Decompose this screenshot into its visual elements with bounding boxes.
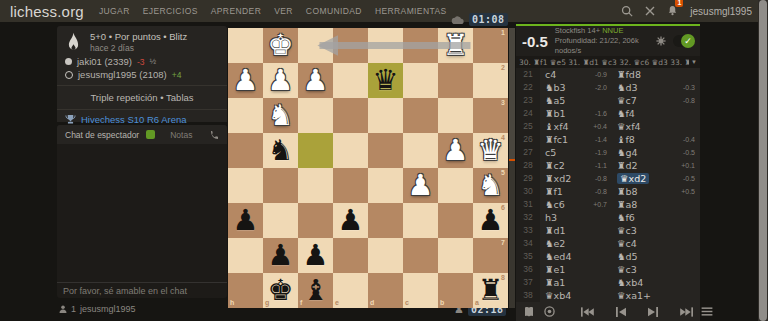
first-move-button[interactable] — [581, 307, 594, 317]
nav-ver[interactable]: VER — [274, 6, 293, 16]
square-b7[interactable] — [438, 238, 473, 273]
engine-info: Stockfish 14+ NNUE Profundidad: 21/22, 2… — [555, 26, 656, 55]
piece-black-pawn-g7[interactable]: ♟ — [263, 238, 298, 273]
square-c4[interactable] — [403, 133, 438, 168]
move-30-black[interactable]: ♜b8 — [617, 186, 638, 197]
chevron-down-icon: ▼ — [691, 59, 697, 65]
square-d1[interactable] — [368, 28, 403, 63]
white-clock-row: 01:08 — [451, 13, 508, 26]
navbar-right: 1 jesusmgl1995 — [621, 2, 752, 20]
square-d7[interactable] — [368, 238, 403, 273]
square-e7[interactable] — [333, 238, 368, 273]
move-row-34: 34♞e2♛c4 — [516, 237, 700, 250]
white-player-row: jaki01 (2339) -3 ½ — [57, 55, 227, 68]
piece-black-rook-a8[interactable]: ♜ — [473, 273, 508, 308]
move-number: 36 — [516, 263, 540, 276]
piece-black-queen-d2[interactable]: ♛ — [368, 63, 403, 98]
engine-name: Stockfish 14+ — [555, 26, 600, 35]
square-e8[interactable] — [333, 273, 368, 308]
square-c2[interactable] — [403, 63, 438, 98]
move-35-white[interactable]: ♞ed4 — [545, 251, 571, 262]
move-eval: -0.3 — [683, 84, 695, 91]
move-33-white[interactable]: ♜d1 — [545, 225, 566, 236]
move-row-23: 23♞a5♛c7-0.8 — [516, 94, 700, 107]
square-d6[interactable] — [368, 203, 403, 238]
move-27-white[interactable]: c5 — [545, 147, 556, 158]
move-number: 30 — [516, 185, 540, 198]
nnue-label: NNUE — [602, 26, 623, 35]
move-number: 21 — [516, 68, 540, 81]
square-e4[interactable] — [333, 133, 368, 168]
move-number: 22 — [516, 81, 540, 94]
move-eval: -2.0 — [595, 84, 607, 91]
scrollbar-thumb[interactable] — [759, 0, 767, 321]
square-d3[interactable] — [368, 98, 403, 133]
move-number: 32 — [516, 211, 540, 224]
square-a2[interactable] — [473, 63, 508, 98]
move-38-black[interactable]: ♛xa1+ — [617, 290, 651, 301]
nav-aprender[interactable]: APRENDER — [211, 6, 261, 16]
square-h4[interactable] — [228, 133, 263, 168]
move-31-black[interactable]: ♜a8 — [617, 199, 637, 210]
move-21-white[interactable]: c4 — [545, 69, 556, 80]
spectator-chat: Chat de espectador Notas — [57, 125, 227, 298]
phone-icon[interactable] — [209, 130, 219, 140]
move-number: 27 — [516, 146, 540, 159]
move-row-37: 37♜a1♞xb4 — [516, 276, 700, 289]
move-25-black[interactable]: ♛xf4 — [617, 121, 641, 132]
move-number: 24 — [516, 107, 540, 120]
piece-black-pawn-f7[interactable]: ♟ — [298, 238, 333, 273]
square-c8[interactable] — [403, 273, 438, 308]
square-f1[interactable] — [298, 28, 333, 63]
move-row-35: 35♞ed4♞d5 — [516, 250, 700, 263]
move-eval: -0.8 — [595, 188, 607, 195]
black-color-disc — [65, 71, 73, 79]
piece-white-rook-b1[interactable]: ♜ — [438, 28, 473, 63]
user-menu[interactable]: jesusmgl1995 — [690, 6, 752, 17]
chess-board[interactable]: hgfedcba12345678 ♜♝♚♟♟♟♟♟♞♟♛♟♞♞♛♟♟♟♜♚ — [228, 28, 508, 308]
game-result: Triple repetición • Tablas — [57, 85, 227, 109]
square-a1[interactable] — [473, 28, 508, 63]
piece-white-knight-a5[interactable]: ♞ — [473, 168, 508, 203]
trophy-icon — [65, 114, 76, 125]
move-26-white[interactable]: ♜fc1 — [545, 134, 568, 145]
square-e1[interactable] — [333, 28, 368, 63]
move-eval: -1.9 — [595, 149, 607, 156]
principal-variation[interactable]: 30. ♜f1 ♛e5 31. ♜d1 ♛c3 32. ♛c6 ♛d3 33. … — [516, 56, 700, 68]
square-c7[interactable] — [403, 238, 438, 273]
spectator-list: 1 jesusmgl1995 — [59, 304, 136, 314]
black-rating-diff: +4 — [172, 70, 182, 80]
square-g6[interactable] — [263, 203, 298, 238]
move-number: 28 — [516, 159, 540, 172]
spectator-count: 1 — [71, 304, 76, 314]
move-22-white[interactable]: ♞b3 — [545, 82, 566, 93]
chat-input[interactable] — [57, 282, 227, 298]
piece-black-pawn-a6[interactable]: ♟ — [473, 203, 508, 238]
eval-gauge-white-share — [509, 28, 515, 160]
square-a3[interactable] — [473, 98, 508, 133]
square-b3[interactable] — [438, 98, 473, 133]
chat-messages — [57, 144, 227, 282]
engine-depth: Profundidad: 21/22, 206k nodos/s — [555, 36, 656, 56]
move-34-black[interactable]: ♛c4 — [617, 238, 637, 249]
square-c6[interactable] — [403, 203, 438, 238]
move-25-white[interactable]: ♝xf4 — [545, 121, 569, 132]
move-23-white[interactable]: ♞a5 — [545, 95, 565, 106]
move-37-white[interactable]: ♜a1 — [545, 277, 565, 288]
white-player-name[interactable]: jaki01 (2339) — [77, 56, 132, 67]
blitz-flame-icon — [65, 32, 82, 53]
move-row-33: 33♜d1♛c3 — [516, 224, 700, 237]
black-player-name[interactable]: jesusmgl1995 (2108) — [78, 69, 167, 80]
analysis-panel: -0.5 Stockfish 14+ NNUE Profundidad: 21/… — [516, 24, 700, 321]
eval-gauge-midpoint — [509, 159, 515, 161]
piece-black-knight-g4[interactable]: ♞ — [263, 133, 298, 168]
square-f3[interactable] — [298, 98, 333, 133]
move-eval: +0.5 — [681, 188, 695, 195]
pv-line: 30. ♜f1 ♛e5 31. ♜d1 ♛c3 32. ♛c6 ♛d3 33. … — [519, 58, 689, 67]
square-f5[interactable] — [298, 168, 333, 203]
move-32-white[interactable]: h3 — [545, 212, 557, 223]
top-navbar: lichess.org JUGAREJERCICIOSAPRENDERVERCO… — [0, 0, 768, 22]
square-b6[interactable] — [438, 203, 473, 238]
white-rating-diff: -3 — [137, 57, 145, 67]
square-e2[interactable] — [333, 63, 368, 98]
move-row-27: 27c5-1.9♞g4-0.5 — [516, 146, 700, 159]
piece-white-pawn-f2[interactable]: ♟ — [298, 63, 333, 98]
move-29-black[interactable]: ♛xd2 — [617, 173, 649, 184]
engine-header: -0.5 Stockfish 14+ NNUE Profundidad: 21/… — [516, 26, 700, 56]
berserk-icon: ½ — [149, 57, 156, 66]
black-player-row: jesusmgl1995 (2108) +4 — [57, 68, 227, 81]
square-h3[interactable] — [228, 98, 263, 133]
move-row-22: 22♞b3-2.0♞d3-0.3 — [516, 81, 700, 94]
move-row-24: 24♜b1-1.6♞f4 — [516, 107, 700, 120]
last-move-button[interactable] — [680, 307, 693, 317]
move-30-white[interactable]: ♜f1 — [545, 186, 563, 197]
square-a7[interactable] — [473, 238, 508, 273]
move-eval: -1.6 — [595, 110, 607, 117]
square-d4[interactable] — [368, 133, 403, 168]
move-number: 25 — [516, 120, 540, 133]
move-number: 37 — [516, 276, 540, 289]
move-number: 31 — [516, 198, 540, 211]
white-clock: 01:08 — [469, 13, 508, 26]
main-menu: JUGAREJERCICIOSAPRENDERVERCOMUNIDADHERRA… — [99, 6, 447, 16]
engine-settings-icon[interactable] — [656, 36, 666, 46]
piece-white-pawn-h2[interactable]: ♟ — [228, 63, 263, 98]
square-f4[interactable] — [298, 133, 333, 168]
move-row-21: 21c4-0.9♜fd8 — [516, 68, 700, 81]
move-26-black[interactable]: ♝f8 — [617, 134, 635, 145]
lichess-logo[interactable]: lichess.org — [10, 3, 84, 20]
prev-move-button[interactable] — [616, 307, 626, 317]
move-row-36: 36♜e1♛c3 — [516, 263, 700, 276]
move-list: 21c4-0.9♜fd822♞b3-2.0♞d3-0.323♞a5♛c7-0.8… — [516, 68, 700, 302]
move-24-black[interactable]: ♞f4 — [617, 108, 635, 119]
game-info-card: 5+0 • Por puntos • Blitz hace 2 días jak… — [57, 26, 227, 122]
move-37-black[interactable]: ♞xb4 — [617, 277, 643, 288]
square-h1[interactable] — [228, 28, 263, 63]
nav-ejercicios[interactable]: EJERCICIOS — [143, 6, 198, 16]
piece-black-pawn-e6[interactable]: ♟ — [333, 203, 368, 238]
move-34-white[interactable]: ♞e2 — [545, 238, 565, 249]
piece-black-king-g8[interactable]: ♚ — [263, 273, 298, 308]
square-b8[interactable] — [438, 273, 473, 308]
move-number: 35 — [516, 250, 540, 263]
person-icon — [59, 305, 67, 313]
square-h5[interactable] — [228, 168, 263, 203]
move-number: 26 — [516, 133, 540, 146]
move-21-black[interactable]: ♜fd8 — [617, 69, 641, 80]
white-color-disc — [65, 58, 72, 65]
move-number: 29 — [516, 172, 540, 185]
next-move-button[interactable] — [648, 307, 658, 317]
move-row-38: 38♛xb4♛xa1+ — [516, 289, 700, 302]
analysis-toolbar — [516, 302, 700, 321]
tournament-link[interactable]: Hivechess S10 R6 Arena — [81, 114, 187, 125]
tab-spectator-chat[interactable]: Chat de espectador — [65, 130, 139, 140]
move-eval: +0.4 — [593, 123, 607, 130]
move-eval: -0.5 — [683, 149, 695, 156]
piece-white-pawn-c5[interactable]: ♟ — [403, 168, 438, 203]
move-number: 38 — [516, 289, 540, 302]
menu-icon[interactable] — [701, 307, 713, 316]
move-eval: +0.7 — [593, 201, 607, 208]
square-e5[interactable] — [333, 168, 368, 203]
move-23-black[interactable]: ♛c7 — [617, 95, 637, 106]
game-date: hace 2 días — [90, 43, 187, 53]
move-33-black[interactable]: ♛c3 — [617, 225, 637, 236]
move-38-white[interactable]: ♛xb4 — [545, 290, 571, 301]
move-27-black[interactable]: ♞g4 — [617, 147, 638, 158]
move-eval: -0.5 — [683, 175, 695, 182]
move-eval: -0.8 — [683, 97, 695, 104]
piece-white-queen-a4[interactable]: ♛ — [473, 133, 508, 168]
move-31-white[interactable]: ♞c6 — [545, 199, 565, 210]
square-b5[interactable] — [438, 168, 473, 203]
move-eval: -0.9 — [595, 71, 607, 78]
move-28-white[interactable]: ♜c2 — [545, 160, 565, 171]
square-f6[interactable] — [298, 203, 333, 238]
move-row-31: 31♞c6+0.7♜a8 — [516, 198, 700, 211]
move-36-white[interactable]: ♜e1 — [545, 264, 565, 275]
move-row-25: 25♝xf4+0.4♛xf4 — [516, 120, 700, 133]
nav-comunidad[interactable]: COMUNIDAD — [306, 6, 362, 16]
piece-white-pawn-g2[interactable]: ♟ — [263, 63, 298, 98]
notification-badge: 1 — [675, 0, 683, 7]
move-eval: -1.1 — [595, 162, 607, 169]
practice-target-icon[interactable] — [544, 306, 555, 317]
page-scrollbar[interactable] — [758, 0, 768, 321]
cloud-analysis-icon — [451, 16, 464, 24]
square-d5[interactable] — [368, 168, 403, 203]
move-36-black[interactable]: ♛c3 — [617, 264, 637, 275]
search-icon[interactable] — [621, 5, 633, 17]
move-eval: -1.4 — [595, 136, 607, 143]
time-control: 5+0 • Por puntos • Blitz — [90, 31, 187, 42]
square-c3[interactable] — [403, 98, 438, 133]
move-row-28: 28♜c2-1.1♜d2+0.1 — [516, 159, 700, 172]
notifications-icon[interactable]: 1 — [667, 2, 678, 20]
square-e3[interactable] — [333, 98, 368, 133]
move-24-white[interactable]: ♜b1 — [545, 108, 566, 119]
piece-black-pawn-h6[interactable]: ♟ — [228, 203, 263, 238]
spectator-name[interactable]: jesusmgl1995 — [80, 304, 136, 314]
move-number: 23 — [516, 94, 540, 107]
move-29-white[interactable]: ♜xd2 — [545, 173, 571, 184]
opening-book-icon[interactable] — [523, 306, 535, 318]
move-number: 33 — [516, 224, 540, 237]
move-row-32: 32h3♞f6 — [516, 211, 700, 224]
move-eval: +0.1 — [681, 162, 695, 169]
nav-herramientas[interactable]: HERRAMIENTAS — [375, 6, 447, 16]
chat-toggle[interactable] — [146, 130, 155, 139]
challenges-icon[interactable] — [645, 6, 655, 16]
chat-header: Chat de espectador Notas — [57, 125, 227, 144]
nav-jugar[interactable]: JUGAR — [99, 6, 130, 16]
square-b2[interactable] — [438, 63, 473, 98]
piece-white-king-g1[interactable]: ♚ — [263, 28, 298, 63]
move-eval: -0.4 — [683, 136, 695, 143]
move-35-black[interactable]: ♞d5 — [617, 251, 638, 262]
engine-eval: -0.5 — [522, 33, 548, 50]
piece-white-knight-g3[interactable]: ♞ — [263, 98, 298, 133]
engine-toggle[interactable]: ✓ — [673, 35, 694, 47]
move-row-26: 26♜fc1-1.4♝f8-0.4 — [516, 133, 700, 146]
square-d8[interactable] — [368, 273, 403, 308]
eval-gauge — [509, 28, 515, 308]
move-eval: -0.8 — [595, 175, 607, 182]
move-22-black[interactable]: ♞d3 — [617, 82, 638, 93]
move-28-black[interactable]: ♜d2 — [617, 160, 638, 171]
engine-toggle-knob: ✓ — [681, 34, 695, 48]
piece-white-pawn-b4[interactable]: ♟ — [438, 133, 473, 168]
piece-black-bishop-f8[interactable]: ♝ — [298, 273, 333, 308]
move-number: 34 — [516, 237, 540, 250]
move-row-29: 29♜xd2-0.8♛xd2-0.5 — [516, 172, 700, 185]
move-row-30: 30♜f1-0.8♜b8+0.5 — [516, 185, 700, 198]
move-32-black[interactable]: ♞f6 — [617, 212, 635, 223]
tab-notes[interactable]: Notas — [170, 130, 192, 140]
square-c1[interactable] — [403, 28, 438, 63]
square-h7[interactable] — [228, 238, 263, 273]
square-h8[interactable] — [228, 273, 263, 308]
square-g5[interactable] — [263, 168, 298, 203]
